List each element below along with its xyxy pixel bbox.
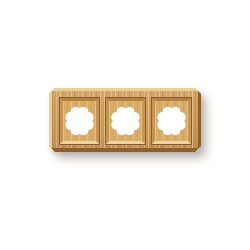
photo-background xyxy=(0,0,250,250)
gang-recess-2 xyxy=(106,98,145,144)
gang-opening-1 xyxy=(59,97,100,145)
gang-openings xyxy=(49,88,201,152)
gang-cutout-3 xyxy=(155,102,188,140)
gang-recess-3 xyxy=(152,98,191,144)
gang-opening-3 xyxy=(151,97,192,145)
gang-recess-1 xyxy=(60,98,99,144)
gang-cutout-2 xyxy=(109,102,142,140)
switch-frame xyxy=(49,88,201,152)
gang-opening-2 xyxy=(105,97,146,145)
gang-cutout-1 xyxy=(63,102,96,140)
